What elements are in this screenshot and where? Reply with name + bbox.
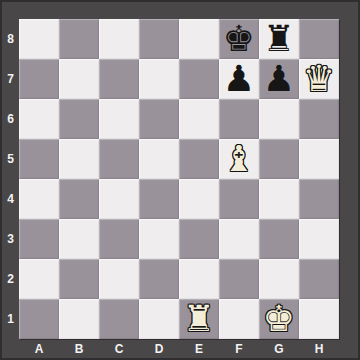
file-label-f: F [219,339,259,358]
square-h1[interactable] [299,299,339,339]
square-f5[interactable]: ♝ [219,139,259,179]
piece-black-king-f8[interactable]: ♚ [223,19,255,59]
square-h7[interactable]: ♛ [299,59,339,99]
square-b3[interactable] [59,219,99,259]
file-label-c: C [99,339,139,358]
piece-black-pawn-g7[interactable]: ♟ [263,59,295,99]
square-b5[interactable] [59,139,99,179]
file-label-h: H [299,339,339,358]
square-f6[interactable] [219,99,259,139]
square-h4[interactable] [299,179,339,219]
square-h3[interactable] [299,219,339,259]
square-c1[interactable] [99,299,139,339]
piece-black-pawn-f7[interactable]: ♟ [223,59,255,99]
square-g1[interactable]: ♚ [259,299,299,339]
square-c5[interactable] [99,139,139,179]
square-d2[interactable] [139,259,179,299]
piece-white-bishop-f5[interactable]: ♝ [223,139,255,179]
square-e1[interactable]: ♜ [179,299,219,339]
square-a6[interactable] [19,99,59,139]
rank-label-3: 3 [2,219,19,259]
square-b7[interactable] [59,59,99,99]
piece-white-king-g1[interactable]: ♚ [263,299,295,339]
square-f1[interactable] [219,299,259,339]
square-d4[interactable] [139,179,179,219]
board-frame: 87654321 ♚♜♟♟♛♝♜♚ ABCDEFGH [0,0,360,360]
rank-label-8: 8 [2,19,19,59]
rank-label-6: 6 [2,99,19,139]
rank-label-2: 2 [2,259,19,299]
square-a3[interactable] [19,219,59,259]
file-label-a: A [19,339,59,358]
piece-white-queen-h7[interactable]: ♛ [303,59,335,99]
piece-white-rook-e1[interactable]: ♜ [183,299,215,339]
square-g6[interactable] [259,99,299,139]
square-a5[interactable] [19,139,59,179]
square-g3[interactable] [259,219,299,259]
piece-black-rook-g8[interactable]: ♜ [263,19,295,59]
square-c6[interactable] [99,99,139,139]
square-a1[interactable] [19,299,59,339]
square-g7[interactable]: ♟ [259,59,299,99]
square-e3[interactable] [179,219,219,259]
square-f2[interactable] [219,259,259,299]
square-c4[interactable] [99,179,139,219]
square-d6[interactable] [139,99,179,139]
square-h6[interactable] [299,99,339,139]
square-b1[interactable] [59,299,99,339]
square-f8[interactable]: ♚ [219,19,259,59]
rank-labels: 87654321 [2,19,19,339]
square-g4[interactable] [259,179,299,219]
square-g5[interactable] [259,139,299,179]
square-d1[interactable] [139,299,179,339]
square-d3[interactable] [139,219,179,259]
file-label-g: G [259,339,299,358]
square-g8[interactable]: ♜ [259,19,299,59]
square-f3[interactable] [219,219,259,259]
square-e2[interactable] [179,259,219,299]
square-a8[interactable] [19,19,59,59]
square-b4[interactable] [59,179,99,219]
rank-label-5: 5 [2,139,19,179]
square-c3[interactable] [99,219,139,259]
square-f7[interactable]: ♟ [219,59,259,99]
square-e5[interactable] [179,139,219,179]
rank-label-1: 1 [2,299,19,339]
square-e6[interactable] [179,99,219,139]
square-e7[interactable] [179,59,219,99]
square-b6[interactable] [59,99,99,139]
rank-label-7: 7 [2,59,19,99]
file-label-d: D [139,339,179,358]
square-g2[interactable] [259,259,299,299]
file-labels: ABCDEFGH [19,339,339,358]
rank-label-4: 4 [2,179,19,219]
square-c2[interactable] [99,259,139,299]
square-h2[interactable] [299,259,339,299]
square-e4[interactable] [179,179,219,219]
square-d7[interactable] [139,59,179,99]
square-h8[interactable] [299,19,339,59]
file-label-b: B [59,339,99,358]
square-b8[interactable] [59,19,99,59]
square-c8[interactable] [99,19,139,59]
square-a2[interactable] [19,259,59,299]
square-d8[interactable] [139,19,179,59]
chess-board[interactable]: ♚♜♟♟♛♝♜♚ [19,19,339,339]
square-d5[interactable] [139,139,179,179]
square-f4[interactable] [219,179,259,219]
square-a4[interactable] [19,179,59,219]
square-a7[interactable] [19,59,59,99]
square-b2[interactable] [59,259,99,299]
file-label-e: E [179,339,219,358]
square-e8[interactable] [179,19,219,59]
square-h5[interactable] [299,139,339,179]
square-c7[interactable] [99,59,139,99]
